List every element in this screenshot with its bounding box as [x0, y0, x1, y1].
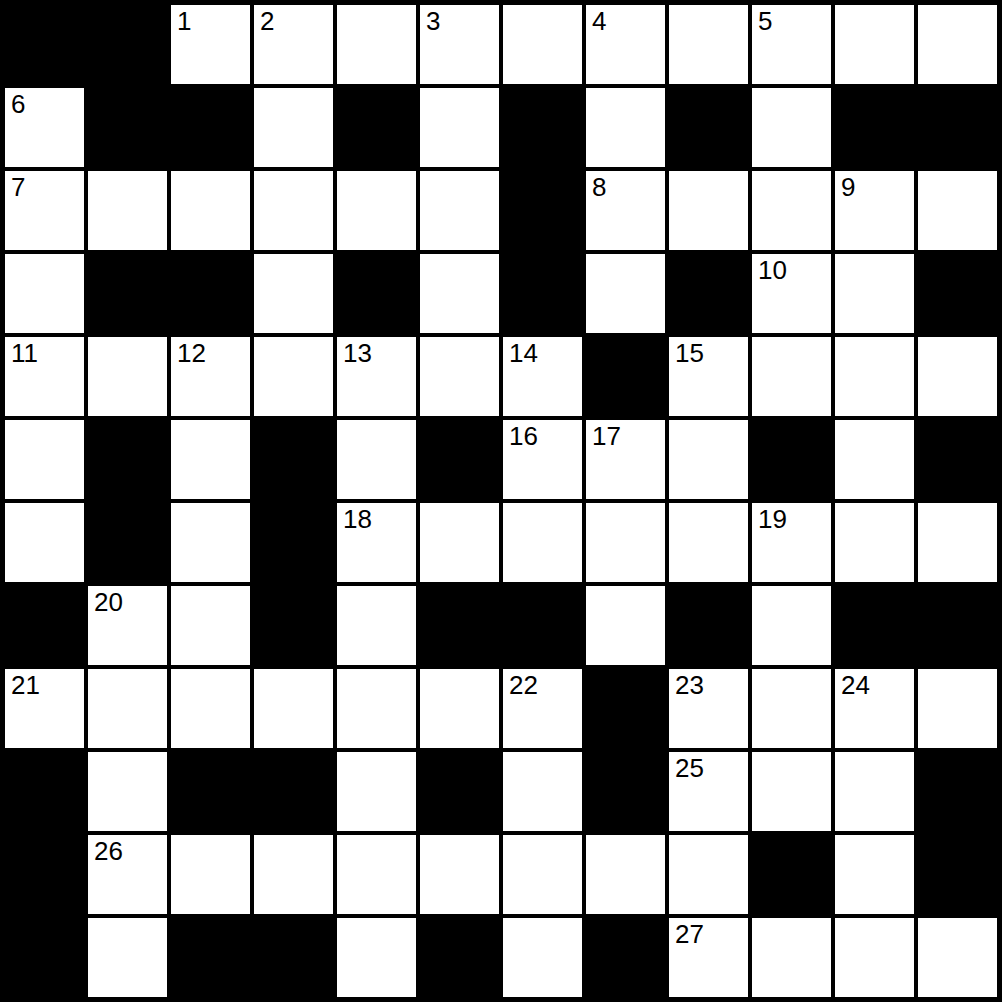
black-cell-r9c2	[169, 750, 252, 833]
white-cell-r2c3[interactable]	[252, 169, 335, 252]
white-cell-r0c11[interactable]	[916, 3, 999, 86]
white-cell-r5c8[interactable]	[667, 418, 750, 501]
black-cell-r7c6	[501, 584, 584, 667]
white-cell-r4c4[interactable]: 13	[335, 335, 418, 418]
black-cell-r1c2	[169, 86, 252, 169]
white-cell-r6c10[interactable]	[833, 501, 916, 584]
black-cell-r0c0	[3, 3, 86, 86]
white-cell-r5c7[interactable]: 17	[584, 418, 667, 501]
black-cell-r6c3	[252, 501, 335, 584]
white-cell-r6c9[interactable]: 19	[750, 501, 833, 584]
white-cell-r6c2[interactable]	[169, 501, 252, 584]
white-cell-r7c1[interactable]: 20	[86, 584, 169, 667]
black-cell-r7c0	[3, 584, 86, 667]
white-cell-r8c2[interactable]	[169, 667, 252, 750]
black-cell-r7c8	[667, 584, 750, 667]
white-cell-r0c7[interactable]: 4	[584, 3, 667, 86]
white-cell-r9c1[interactable]	[86, 750, 169, 833]
white-cell-r2c2[interactable]	[169, 169, 252, 252]
black-cell-r9c11	[916, 750, 999, 833]
clue-number: 23	[675, 672, 704, 698]
black-cell-r11c5	[418, 916, 501, 999]
black-cell-r10c9	[750, 833, 833, 916]
black-cell-r0c1	[86, 3, 169, 86]
clue-number: 24	[841, 672, 870, 698]
clue-number: 25	[675, 755, 704, 781]
white-cell-r1c3[interactable]	[252, 86, 335, 169]
black-cell-r5c5	[418, 418, 501, 501]
white-cell-r2c9[interactable]	[750, 169, 833, 252]
black-cell-r1c4	[335, 86, 418, 169]
clue-number: 26	[94, 838, 123, 864]
white-cell-r4c10[interactable]	[833, 335, 916, 418]
white-cell-r3c10[interactable]	[833, 252, 916, 335]
black-cell-r10c0	[3, 833, 86, 916]
clue-number: 3	[426, 8, 440, 34]
white-cell-r5c6[interactable]: 16	[501, 418, 584, 501]
white-cell-r11c9[interactable]	[750, 916, 833, 999]
clue-number: 2	[260, 8, 274, 34]
white-cell-r9c8[interactable]: 25	[667, 750, 750, 833]
white-cell-r8c8[interactable]: 23	[667, 667, 750, 750]
white-cell-r2c8[interactable]	[667, 169, 750, 252]
white-cell-r2c7[interactable]: 8	[584, 169, 667, 252]
white-cell-r1c9[interactable]	[750, 86, 833, 169]
black-cell-r10c11	[916, 833, 999, 916]
white-cell-r4c2[interactable]: 12	[169, 335, 252, 418]
white-cell-r6c4[interactable]: 18	[335, 501, 418, 584]
white-cell-r5c10[interactable]	[833, 418, 916, 501]
black-cell-r9c3	[252, 750, 335, 833]
black-cell-r4c7	[584, 335, 667, 418]
black-cell-r5c11	[916, 418, 999, 501]
white-cell-r10c7[interactable]	[584, 833, 667, 916]
clue-number: 9	[841, 174, 855, 200]
black-cell-r5c9	[750, 418, 833, 501]
white-cell-r8c11[interactable]	[916, 667, 999, 750]
black-cell-r7c5	[418, 584, 501, 667]
clue-number: 4	[592, 8, 606, 34]
white-cell-r8c3[interactable]	[252, 667, 335, 750]
black-cell-r11c0	[3, 916, 86, 999]
white-cell-r11c6[interactable]	[501, 916, 584, 999]
white-cell-r6c7[interactable]	[584, 501, 667, 584]
white-cell-r6c8[interactable]	[667, 501, 750, 584]
white-cell-r4c3[interactable]	[252, 335, 335, 418]
white-cell-r8c0[interactable]: 21	[3, 667, 86, 750]
white-cell-r3c3[interactable]	[252, 252, 335, 335]
white-cell-r3c0[interactable]	[3, 252, 86, 335]
white-cell-r1c5[interactable]	[418, 86, 501, 169]
white-cell-r7c9[interactable]	[750, 584, 833, 667]
white-cell-r11c10[interactable]	[833, 916, 916, 999]
white-cell-r6c11[interactable]	[916, 501, 999, 584]
white-cell-r4c5[interactable]	[418, 335, 501, 418]
clue-number: 8	[592, 174, 606, 200]
white-cell-r3c9[interactable]: 10	[750, 252, 833, 335]
white-cell-r9c6[interactable]	[501, 750, 584, 833]
black-cell-r5c3	[252, 418, 335, 501]
black-cell-r1c10	[833, 86, 916, 169]
white-cell-r4c1[interactable]	[86, 335, 169, 418]
white-cell-r7c2[interactable]	[169, 584, 252, 667]
white-cell-r6c5[interactable]	[418, 501, 501, 584]
white-cell-r8c1[interactable]	[86, 667, 169, 750]
clue-number: 22	[509, 672, 538, 698]
black-cell-r11c3	[252, 916, 335, 999]
clue-number: 11	[11, 340, 38, 366]
white-cell-r0c5[interactable]: 3	[418, 3, 501, 86]
clue-number: 27	[675, 921, 704, 947]
clue-number: 17	[592, 423, 621, 449]
white-cell-r5c0[interactable]	[3, 418, 86, 501]
white-cell-r0c3[interactable]: 2	[252, 3, 335, 86]
clue-number: 18	[343, 506, 372, 532]
white-cell-r6c0[interactable]	[3, 501, 86, 584]
white-cell-r0c8[interactable]	[667, 3, 750, 86]
clue-number: 7	[11, 174, 25, 200]
white-cell-r4c11[interactable]	[916, 335, 999, 418]
white-cell-r4c8[interactable]: 15	[667, 335, 750, 418]
clue-number: 20	[94, 589, 123, 615]
white-cell-r2c4[interactable]	[335, 169, 418, 252]
black-cell-r7c10	[833, 584, 916, 667]
black-cell-r1c8	[667, 86, 750, 169]
clue-number: 14	[509, 340, 538, 366]
white-cell-r0c4[interactable]	[335, 3, 418, 86]
black-cell-r11c2	[169, 916, 252, 999]
clue-number: 10	[758, 257, 787, 283]
white-cell-r3c7[interactable]	[584, 252, 667, 335]
white-cell-r10c10[interactable]	[833, 833, 916, 916]
black-cell-r1c6	[501, 86, 584, 169]
black-cell-r2c6	[501, 169, 584, 252]
white-cell-r9c9[interactable]	[750, 750, 833, 833]
white-cell-r8c4[interactable]	[335, 667, 418, 750]
white-cell-r8c9[interactable]	[750, 667, 833, 750]
white-cell-r0c6[interactable]	[501, 3, 584, 86]
black-cell-r7c3	[252, 584, 335, 667]
black-cell-r7c11	[916, 584, 999, 667]
clue-number: 1	[177, 8, 191, 34]
black-cell-r3c2	[169, 252, 252, 335]
white-cell-r10c1[interactable]: 26	[86, 833, 169, 916]
crossword-grid: 1234567891011121314151617181920212223242…	[0, 0, 1002, 1002]
black-cell-r1c11	[916, 86, 999, 169]
clue-number: 16	[509, 423, 538, 449]
white-cell-r5c4[interactable]	[335, 418, 418, 501]
white-cell-r0c2[interactable]: 1	[169, 3, 252, 86]
white-cell-r10c3[interactable]	[252, 833, 335, 916]
white-cell-r2c5[interactable]	[418, 169, 501, 252]
black-cell-r3c4	[335, 252, 418, 335]
white-cell-r1c0[interactable]: 6	[3, 86, 86, 169]
white-cell-r10c8[interactable]	[667, 833, 750, 916]
white-cell-r5c2[interactable]	[169, 418, 252, 501]
clue-number: 6	[11, 91, 25, 117]
white-cell-r10c6[interactable]	[501, 833, 584, 916]
white-cell-r7c4[interactable]	[335, 584, 418, 667]
white-cell-r0c10[interactable]	[833, 3, 916, 86]
white-cell-r8c6[interactable]: 22	[501, 667, 584, 750]
white-cell-r2c11[interactable]	[916, 169, 999, 252]
white-cell-r4c6[interactable]: 14	[501, 335, 584, 418]
black-cell-r9c7	[584, 750, 667, 833]
black-cell-r9c0	[3, 750, 86, 833]
white-cell-r9c4[interactable]	[335, 750, 418, 833]
black-cell-r3c11	[916, 252, 999, 335]
white-cell-r11c4[interactable]	[335, 916, 418, 999]
white-cell-r11c11[interactable]	[916, 916, 999, 999]
black-cell-r3c6	[501, 252, 584, 335]
black-cell-r3c1	[86, 252, 169, 335]
white-cell-r4c9[interactable]	[750, 335, 833, 418]
clue-number: 13	[343, 340, 372, 366]
black-cell-r1c1	[86, 86, 169, 169]
white-cell-r7c7[interactable]	[584, 584, 667, 667]
white-cell-r11c1[interactable]	[86, 916, 169, 999]
white-cell-r4c0[interactable]: 11	[3, 335, 86, 418]
black-cell-r8c7	[584, 667, 667, 750]
black-cell-r5c1	[86, 418, 169, 501]
clue-number: 21	[11, 672, 40, 698]
white-cell-r3c5[interactable]	[418, 252, 501, 335]
white-cell-r9c10[interactable]	[833, 750, 916, 833]
white-cell-r11c8[interactable]: 27	[667, 916, 750, 999]
white-cell-r10c2[interactable]	[169, 833, 252, 916]
white-cell-r6c6[interactable]	[501, 501, 584, 584]
white-cell-r8c10[interactable]: 24	[833, 667, 916, 750]
black-cell-r6c1	[86, 501, 169, 584]
white-cell-r10c4[interactable]	[335, 833, 418, 916]
clue-number: 15	[675, 340, 704, 366]
clue-number: 19	[758, 506, 787, 532]
white-cell-r8c5[interactable]	[418, 667, 501, 750]
clue-number: 12	[177, 340, 206, 366]
white-cell-r10c5[interactable]	[418, 833, 501, 916]
black-cell-r11c7	[584, 916, 667, 999]
white-cell-r2c1[interactable]	[86, 169, 169, 252]
white-cell-r1c7[interactable]	[584, 86, 667, 169]
clue-number: 5	[758, 8, 772, 34]
white-cell-r2c10[interactable]: 9	[833, 169, 916, 252]
white-cell-r2c0[interactable]: 7	[3, 169, 86, 252]
black-cell-r9c5	[418, 750, 501, 833]
black-cell-r3c8	[667, 252, 750, 335]
white-cell-r0c9[interactable]: 5	[750, 3, 833, 86]
